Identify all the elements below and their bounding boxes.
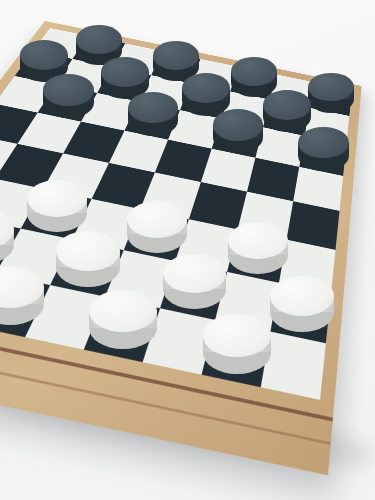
photo-stage — [0, 0, 375, 500]
checkers-board — [0, 28, 352, 400]
